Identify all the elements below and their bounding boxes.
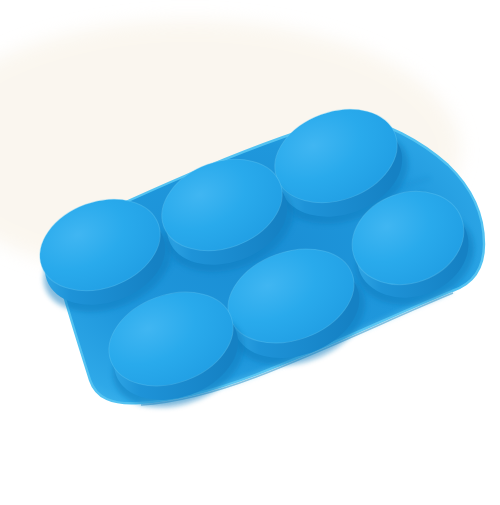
silicone-mold-illustration <box>0 0 500 505</box>
product-photo <box>0 0 500 505</box>
